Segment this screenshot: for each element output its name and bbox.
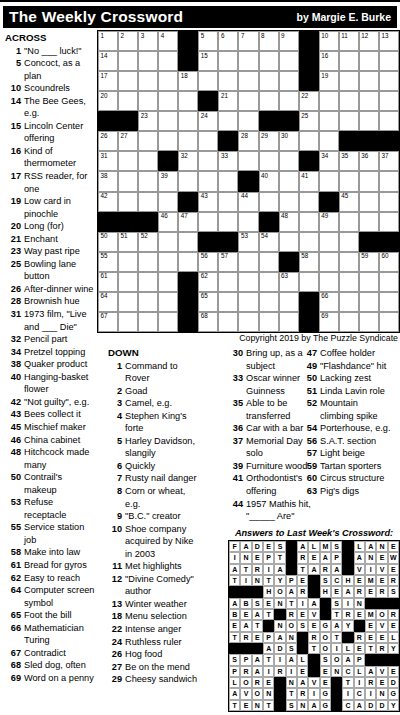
clue-item: 34Pretzel topping (3, 346, 97, 359)
grid-cell[interactable]: 61 (98, 272, 118, 292)
grid-cell[interactable]: 37 (379, 151, 399, 171)
grid-cell[interactable] (379, 292, 399, 312)
clue-number: 47 (302, 347, 317, 360)
grid-cell[interactable] (279, 232, 299, 252)
grid-cell[interactable] (279, 91, 299, 111)
top-rule (0, 0, 400, 2)
grid-cell[interactable]: 7 (238, 31, 258, 51)
grid-cell[interactable]: 24 (198, 111, 218, 131)
grid-cell[interactable] (299, 212, 319, 232)
grid-cell[interactable]: 25 (299, 111, 319, 131)
grid-cell[interactable] (158, 292, 178, 312)
grid-cell[interactable] (118, 171, 138, 191)
grid-cell[interactable]: 35 (339, 151, 359, 171)
clue-text: Long (for) (21, 220, 96, 233)
cell-number: 8 (261, 33, 265, 39)
clue-item: 46China cabinet (3, 434, 97, 447)
grid-cell[interactable] (138, 131, 158, 151)
solution-cell: T (263, 609, 274, 620)
down-header: DOWN (108, 347, 203, 360)
grid-cell[interactable]: 63 (279, 272, 299, 292)
grid-cell[interactable]: 64 (98, 292, 118, 312)
grid-cell[interactable]: 5 (198, 31, 218, 51)
grid-cell[interactable]: 28 (238, 131, 258, 151)
grid-cell[interactable] (158, 272, 178, 292)
clue-item: 25Bowling lane button (3, 258, 97, 283)
grid-cell[interactable] (158, 111, 178, 131)
clue-item: 66Mathematician Turing (3, 622, 97, 647)
black-cell (178, 31, 198, 51)
solution-black-cell (308, 575, 319, 586)
solution-cell: N (252, 575, 263, 586)
clue-item: 5Harley Davidson, slangily (106, 435, 203, 460)
clue-text: Circus structure (317, 472, 394, 485)
grid-cell[interactable] (138, 292, 158, 312)
grid-cell[interactable]: 43 (198, 192, 218, 212)
grid-cell[interactable] (259, 192, 279, 212)
grid-cell[interactable] (339, 232, 359, 252)
solution-cell: T (240, 564, 251, 575)
grid-cell[interactable] (178, 171, 198, 191)
clue-text: Sled dog, often (21, 659, 96, 672)
solution-cell: S (286, 643, 297, 654)
grid-cell[interactable]: 3 (138, 31, 158, 51)
grid-cell[interactable]: 11 (339, 31, 359, 51)
grid-cell[interactable] (259, 252, 279, 272)
grid-cell[interactable] (218, 192, 238, 212)
solution-cell: A (229, 564, 240, 575)
grid-cell[interactable] (198, 151, 218, 171)
grid-cell[interactable]: 26 (98, 131, 118, 151)
cell-number: 51 (121, 233, 128, 239)
grid-cell[interactable] (379, 272, 399, 292)
grid-cell[interactable]: 46 (158, 212, 178, 232)
solution-cell: T (365, 643, 376, 654)
grid-cell[interactable]: 6 (218, 31, 238, 51)
grid-cell[interactable] (259, 292, 279, 312)
grid-cell[interactable] (359, 51, 379, 71)
solution-cell: S (252, 598, 263, 609)
solution-cell: L (354, 666, 365, 677)
grid-cell[interactable] (279, 71, 299, 91)
grid-cell[interactable] (359, 71, 379, 91)
grid-cell[interactable] (259, 51, 279, 71)
solution-cell: R (354, 586, 365, 597)
grid-cell[interactable] (198, 212, 218, 232)
solution-cell: N (354, 598, 365, 609)
grid-cell[interactable] (118, 252, 138, 272)
grid-cell[interactable]: 42 (98, 192, 118, 212)
grid-cell[interactable]: 9 (279, 31, 299, 51)
grid-cell[interactable]: 27 (118, 131, 138, 151)
grid-cell[interactable] (359, 192, 379, 212)
solution-cell: A (252, 609, 263, 620)
clue-item: 8Corn or wheat, e.g. (106, 485, 203, 510)
grid-cell[interactable] (138, 71, 158, 91)
grid-cell[interactable] (158, 71, 178, 91)
clue-number: 44 (229, 498, 243, 511)
grid-cell[interactable] (218, 292, 238, 312)
grid-cell[interactable] (238, 272, 258, 292)
grid-cell[interactable] (118, 51, 138, 71)
solution-cell: R (240, 632, 251, 643)
grid-cell[interactable] (218, 71, 238, 91)
grid-cell[interactable] (178, 111, 198, 131)
clue-text: Contrail's makeup (21, 471, 96, 496)
grid-cell[interactable] (259, 272, 279, 292)
solution-black-cell (388, 598, 399, 609)
grid-cell[interactable] (319, 131, 339, 151)
grid-cell[interactable]: 58 (299, 252, 319, 272)
grid-cell[interactable] (339, 292, 359, 312)
grid-cell[interactable] (158, 232, 178, 252)
solution-cell: G (388, 688, 399, 699)
solution-cell: R (252, 564, 263, 575)
grid-cell[interactable]: 54 (259, 232, 279, 252)
grid-cell[interactable] (138, 91, 158, 111)
grid-cell[interactable]: 30 (279, 131, 299, 151)
solution-black-cell (274, 609, 285, 620)
grid-cell[interactable] (359, 171, 379, 191)
grid-cell[interactable] (259, 151, 279, 171)
grid-cell[interactable] (359, 212, 379, 232)
clue-number: 68 (3, 659, 21, 672)
clue-item: 47Coffee holder (302, 347, 398, 360)
cell-number: 42 (101, 193, 108, 199)
grid-cell[interactable] (218, 111, 238, 131)
grid-cell[interactable] (319, 91, 339, 111)
clue-number: 14 (3, 95, 21, 108)
solution-black-cell (342, 632, 353, 643)
grid-cell[interactable]: 14 (98, 51, 118, 71)
grid-cell[interactable]: 29 (259, 131, 279, 151)
grid-cell[interactable]: 19 (319, 71, 339, 91)
solution-cell: A (342, 654, 353, 665)
grid-cell[interactable]: 23 (138, 111, 158, 131)
grid-cell[interactable] (198, 71, 218, 91)
grid-cell[interactable]: 62 (198, 272, 218, 292)
grid-cell[interactable] (379, 312, 399, 332)
grid-cell[interactable] (339, 71, 359, 91)
grid-cell[interactable] (158, 312, 178, 332)
grid-cell[interactable]: 50 (98, 232, 118, 252)
solution-cell: R (308, 632, 319, 643)
grid-cell[interactable] (218, 51, 238, 71)
cell-number: 7 (241, 33, 245, 39)
grid-cell[interactable] (279, 192, 299, 212)
black-cell (118, 212, 138, 232)
solution-cell: P (229, 666, 240, 677)
grid-cell[interactable] (319, 111, 339, 131)
grid-cell[interactable] (339, 252, 359, 272)
clue-number: 69 (3, 672, 21, 685)
grid-cell[interactable] (238, 151, 258, 171)
clue-text: Harley Davidson, slangily (122, 435, 201, 460)
grid-cell[interactable]: 16 (319, 51, 339, 71)
clue-number: 37 (229, 435, 243, 448)
grid-cell[interactable]: 39 (158, 171, 178, 191)
grid-cell[interactable] (238, 252, 258, 272)
grid-cell[interactable] (138, 252, 158, 272)
grid-cell[interactable]: 34 (319, 151, 339, 171)
grid-cell[interactable] (178, 131, 198, 151)
grid-cell[interactable]: 32 (178, 151, 198, 171)
black-cell (359, 131, 379, 151)
grid-cell[interactable]: 22 (299, 91, 319, 111)
grid-cell[interactable] (238, 212, 258, 232)
grid-cell[interactable]: 56 (198, 252, 218, 272)
grid-cell[interactable] (238, 111, 258, 131)
grid-cell[interactable] (178, 232, 198, 252)
grid-cell[interactable]: 15 (198, 51, 218, 71)
clue-item: 26After-dinner wine (3, 283, 97, 296)
grid-cell[interactable] (259, 71, 279, 91)
grid-cell[interactable]: 65 (198, 292, 218, 312)
clue-text: After-dinner wine (21, 283, 96, 296)
cell-number: 32 (181, 153, 188, 159)
grid-cell[interactable]: 17 (98, 71, 118, 91)
clue-item: 6Quickly (106, 460, 203, 473)
grid-cell[interactable]: 40 (259, 171, 279, 191)
solution-black-cell (286, 552, 297, 563)
solution-black-cell (240, 586, 251, 597)
grid-cell[interactable]: 21 (218, 91, 238, 111)
clue-item: 61Bread for gyros (3, 559, 97, 572)
grid-cell[interactable] (339, 312, 359, 332)
grid-cell[interactable] (138, 51, 158, 71)
clue-text: Bowling lane button (21, 258, 96, 283)
grid-cell[interactable]: 57 (218, 252, 238, 272)
clue-item: 19Low card in pinochle (3, 195, 97, 220)
grid-cell[interactable]: 60 (379, 252, 399, 272)
grid-cell[interactable] (118, 192, 138, 212)
grid-cell[interactable] (299, 232, 319, 252)
grid-cell[interactable]: 36 (359, 151, 379, 171)
grid-cell[interactable] (118, 71, 138, 91)
grid-cell[interactable] (379, 171, 399, 191)
black-cell (279, 252, 299, 272)
solution-cell: E (376, 575, 387, 586)
clue-number: 19 (3, 195, 21, 208)
solution-cell: E (354, 575, 365, 586)
grid-cell[interactable]: 69 (319, 312, 339, 332)
grid-cell[interactable]: 68 (198, 312, 218, 332)
puzzle-grid[interactable]: 1234567891011121314151617181920212223242… (97, 30, 400, 333)
black-cell (98, 111, 118, 131)
grid-cell[interactable] (319, 272, 339, 292)
grid-cell[interactable] (138, 272, 158, 292)
grid-cell[interactable] (238, 91, 258, 111)
solution-cell: M (365, 609, 376, 620)
clue-item: 5Concoct, as a plan (3, 57, 97, 82)
grid-cell[interactable] (339, 111, 359, 131)
grid-cell[interactable] (379, 91, 399, 111)
grid-cell[interactable] (379, 71, 399, 91)
grid-cell[interactable]: 53 (238, 232, 258, 252)
solution-cell: A (308, 700, 319, 711)
grid-cell[interactable] (138, 171, 158, 191)
clue-item: 51Linda Lavin role (302, 385, 398, 398)
grid-cell[interactable] (259, 91, 279, 111)
grid-cell[interactable] (158, 131, 178, 151)
cell-number: 6 (221, 33, 225, 39)
grid-cell[interactable] (138, 312, 158, 332)
grid-cell[interactable]: 44 (238, 192, 258, 212)
clue-text: Word on a penny (21, 672, 96, 685)
solution-cell: A (297, 541, 308, 552)
grid-cell[interactable] (379, 192, 399, 212)
solution-cell: E (388, 666, 399, 677)
solution-cell: T (229, 700, 240, 711)
clue-text: Refuse receptacle (21, 496, 96, 521)
grid-cell[interactable] (158, 91, 178, 111)
grid-cell[interactable]: 49 (319, 212, 339, 232)
grid-cell[interactable]: 59 (359, 252, 379, 272)
grid-cell[interactable]: 18 (178, 71, 198, 91)
clue-text: Hanging-basket flower (21, 371, 96, 396)
grid-cell[interactable] (158, 192, 178, 212)
grid-cell[interactable] (299, 192, 319, 212)
clue-text: 1957 Mathis hit, "_____ Are" (243, 498, 312, 523)
grid-cell[interactable] (118, 312, 138, 332)
grid-cell[interactable] (218, 171, 238, 191)
clue-number: 50 (302, 372, 317, 385)
grid-cell[interactable] (359, 292, 379, 312)
grid-cell[interactable] (218, 212, 238, 232)
grid-cell[interactable] (198, 131, 218, 151)
grid-cell[interactable] (138, 192, 158, 212)
clue-item: 32Pencil part (3, 333, 97, 346)
grid-cell[interactable]: 38 (98, 171, 118, 191)
grid-cell[interactable] (198, 171, 218, 191)
grid-cell[interactable]: 47 (178, 212, 198, 232)
grid-cell[interactable] (178, 252, 198, 272)
grid-cell[interactable] (238, 292, 258, 312)
clue-item: 55Service station job (3, 521, 97, 546)
grid-cell[interactable]: 51 (118, 232, 138, 252)
grid-cell[interactable]: 1 (98, 31, 118, 51)
grid-cell[interactable]: 20 (98, 91, 118, 111)
black-cell (299, 151, 319, 171)
grid-cell[interactable] (359, 111, 379, 131)
cell-number: 2 (121, 33, 125, 39)
grid-cell[interactable] (118, 151, 138, 171)
grid-cell[interactable] (359, 312, 379, 332)
grid-cell[interactable] (359, 91, 379, 111)
grid-cell[interactable]: 4 (158, 31, 178, 51)
clue-number: 18 (106, 610, 122, 623)
grid-cell[interactable] (158, 51, 178, 71)
grid-cell[interactable] (279, 312, 299, 332)
clue-text: Ruthless ruler (122, 636, 201, 649)
grid-cell[interactable] (279, 292, 299, 312)
clue-item: 7Rusty nail danger (106, 472, 203, 485)
grid-cell[interactable]: 31 (98, 151, 118, 171)
grid-cell[interactable]: 2 (118, 31, 138, 51)
clue-number: 29 (106, 673, 122, 686)
solution-cell: E (263, 677, 274, 688)
clue-number: 53 (3, 496, 21, 509)
grid-cell[interactable] (238, 71, 258, 91)
solution-cell: P (263, 632, 274, 643)
grid-cell[interactable] (238, 51, 258, 71)
grid-cell[interactable]: 10 (319, 31, 339, 51)
grid-cell[interactable] (138, 151, 158, 171)
grid-cell[interactable] (339, 51, 359, 71)
grid-cell[interactable]: 55 (98, 252, 118, 272)
grid-cell[interactable] (279, 171, 299, 191)
grid-cell[interactable] (279, 51, 299, 71)
clue-number: 10 (3, 82, 21, 95)
grid-cell[interactable] (158, 252, 178, 272)
grid-cell[interactable]: 52 (138, 232, 158, 252)
grid-cell[interactable]: 8 (259, 31, 279, 51)
grid-cell[interactable] (279, 151, 299, 171)
clue-item: 26Hog food (106, 648, 203, 661)
grid-cell[interactable] (379, 212, 399, 232)
grid-cell[interactable] (118, 272, 138, 292)
grid-cell[interactable] (379, 111, 399, 131)
grid-cell[interactable] (319, 232, 339, 252)
clue-number: 49 (302, 360, 317, 373)
solution-cell: E (240, 700, 251, 711)
black-cell (178, 292, 198, 312)
clue-text: Hitchcock made many (21, 446, 96, 471)
grid-cell[interactable] (118, 91, 138, 111)
grid-cell[interactable]: 48 (279, 212, 299, 232)
grid-cell[interactable]: 67 (98, 312, 118, 332)
grid-cell[interactable]: 66 (319, 292, 339, 312)
grid-cell[interactable] (299, 272, 319, 292)
black-cell (138, 212, 158, 232)
grid-cell[interactable] (319, 252, 339, 272)
grid-cell[interactable] (178, 91, 198, 111)
grid-cell[interactable] (379, 51, 399, 71)
clue-text: Camel, e.g. (122, 397, 201, 410)
black-cell (299, 31, 319, 51)
grid-cell[interactable] (339, 171, 359, 191)
grid-cell[interactable] (259, 312, 279, 332)
clue-text: Rusty nail danger (122, 472, 201, 485)
cell-number: 67 (101, 313, 108, 319)
clue-number: 60 (302, 472, 317, 485)
grid-cell[interactable]: 41 (299, 171, 319, 191)
grid-cell[interactable] (339, 272, 359, 292)
solution-cell: I (308, 688, 319, 699)
grid-cell[interactable] (319, 171, 339, 191)
grid-cell[interactable]: 13 (379, 31, 399, 51)
grid-cell[interactable] (299, 131, 319, 151)
grid-cell[interactable] (218, 272, 238, 292)
grid-cell[interactable] (218, 312, 238, 332)
clue-item: 17RSS reader, for one (3, 170, 97, 195)
grid-cell[interactable] (238, 312, 258, 332)
grid-cell[interactable]: 33 (218, 151, 238, 171)
grid-cell[interactable] (359, 272, 379, 292)
grid-cell[interactable]: 45 (339, 192, 359, 212)
grid-cell[interactable] (118, 292, 138, 312)
grid-cell[interactable] (339, 212, 359, 232)
clue-number: 55 (3, 521, 21, 534)
solution-cell: A (331, 620, 342, 631)
grid-cell[interactable]: 12 (359, 31, 379, 51)
clue-number: 27 (106, 661, 122, 674)
solution-cell: F (229, 541, 240, 552)
grid-cell[interactable] (339, 91, 359, 111)
cell-number: 19 (321, 73, 328, 79)
cell-number: 66 (321, 293, 328, 299)
cell-number: 15 (201, 53, 208, 59)
